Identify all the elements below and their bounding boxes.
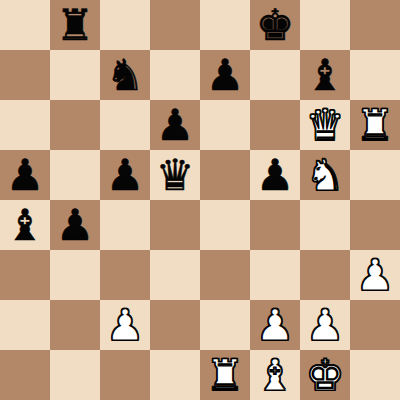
square-d4[interactable] [150,200,200,250]
square-f2[interactable]: ♟ [250,300,300,350]
square-h8[interactable] [350,0,400,50]
square-h6[interactable]: ♜ [350,100,400,150]
square-d1[interactable] [150,350,200,400]
square-c8[interactable] [100,0,150,50]
square-e7[interactable]: ♟ [200,50,250,100]
black-knight[interactable]: ♞ [106,50,145,100]
white-rook[interactable]: ♜ [356,100,395,150]
white-pawn[interactable]: ♟ [356,250,395,300]
square-a8[interactable] [0,0,50,50]
white-knight[interactable]: ♞ [306,150,345,200]
square-a4[interactable]: ♝ [0,200,50,250]
square-e1[interactable]: ♜ [200,350,250,400]
square-d5[interactable]: ♛ [150,150,200,200]
square-h1[interactable] [350,350,400,400]
square-b7[interactable] [50,50,100,100]
square-f6[interactable] [250,100,300,150]
square-h5[interactable] [350,150,400,200]
square-c6[interactable] [100,100,150,150]
black-pawn[interactable]: ♟ [206,50,245,100]
black-king[interactable]: ♚ [256,0,295,50]
square-d6[interactable]: ♟ [150,100,200,150]
square-f8[interactable]: ♚ [250,0,300,50]
square-d7[interactable] [150,50,200,100]
square-b4[interactable]: ♟ [50,200,100,250]
square-d8[interactable] [150,0,200,50]
square-a5[interactable]: ♟ [0,150,50,200]
square-g3[interactable] [300,250,350,300]
square-f5[interactable]: ♟ [250,150,300,200]
square-a1[interactable] [0,350,50,400]
square-a2[interactable] [0,300,50,350]
square-c2[interactable]: ♟ [100,300,150,350]
square-c4[interactable] [100,200,150,250]
square-e2[interactable] [200,300,250,350]
square-a6[interactable] [0,100,50,150]
square-d3[interactable] [150,250,200,300]
square-b6[interactable] [50,100,100,150]
square-b5[interactable] [50,150,100,200]
square-g6[interactable]: ♛ [300,100,350,150]
square-c3[interactable] [100,250,150,300]
white-bishop[interactable]: ♝ [256,350,295,400]
white-queen[interactable]: ♛ [306,100,345,150]
black-bishop[interactable]: ♝ [306,50,345,100]
square-e8[interactable] [200,0,250,50]
white-rook[interactable]: ♜ [206,350,245,400]
square-f1[interactable]: ♝ [250,350,300,400]
square-e6[interactable] [200,100,250,150]
square-b8[interactable]: ♜ [50,0,100,50]
white-king[interactable]: ♚ [306,350,345,400]
square-c1[interactable] [100,350,150,400]
white-pawn[interactable]: ♟ [256,300,295,350]
square-d2[interactable] [150,300,200,350]
square-f3[interactable] [250,250,300,300]
black-rook[interactable]: ♜ [56,0,95,50]
black-pawn[interactable]: ♟ [106,150,145,200]
square-g8[interactable] [300,0,350,50]
square-h2[interactable] [350,300,400,350]
white-pawn[interactable]: ♟ [306,300,345,350]
square-g4[interactable] [300,200,350,250]
square-a7[interactable] [0,50,50,100]
square-h7[interactable] [350,50,400,100]
square-f7[interactable] [250,50,300,100]
black-pawn[interactable]: ♟ [6,150,45,200]
white-pawn[interactable]: ♟ [106,300,145,350]
black-pawn[interactable]: ♟ [156,100,195,150]
square-f4[interactable] [250,200,300,250]
square-e5[interactable] [200,150,250,200]
black-pawn[interactable]: ♟ [256,150,295,200]
square-b1[interactable] [50,350,100,400]
black-queen[interactable]: ♛ [156,150,195,200]
square-e4[interactable] [200,200,250,250]
square-a3[interactable] [0,250,50,300]
square-g2[interactable]: ♟ [300,300,350,350]
square-b3[interactable] [50,250,100,300]
square-b2[interactable] [50,300,100,350]
black-pawn[interactable]: ♟ [56,200,95,250]
square-g1[interactable]: ♚ [300,350,350,400]
square-g5[interactable]: ♞ [300,150,350,200]
square-g7[interactable]: ♝ [300,50,350,100]
chess-board: ♜♚♞♟♝♟♛♜♟♟♛♟♞♝♟♟♟♟♟♜♝♚ [0,0,400,400]
black-bishop[interactable]: ♝ [6,200,45,250]
square-c5[interactable]: ♟ [100,150,150,200]
square-h4[interactable] [350,200,400,250]
square-c7[interactable]: ♞ [100,50,150,100]
square-h3[interactable]: ♟ [350,250,400,300]
square-e3[interactable] [200,250,250,300]
